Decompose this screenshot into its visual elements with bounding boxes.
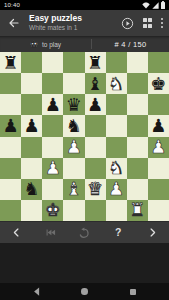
- app-screen: 10:40 Easy puzzles White mates in 1: [0, 0, 169, 300]
- square-e7[interactable]: ♝: [85, 73, 106, 94]
- square-d4[interactable]: ♟: [63, 137, 84, 158]
- nav-recents-square-icon: [130, 289, 136, 295]
- clock-text: 10:40: [4, 2, 20, 8]
- overflow-menu-icon: [161, 18, 163, 27]
- square-d8[interactable]: [63, 52, 84, 73]
- square-b7[interactable]: [21, 73, 42, 94]
- page-title: Easy puzzles: [29, 14, 121, 24]
- square-h8[interactable]: [148, 52, 169, 73]
- square-d1[interactable]: [63, 200, 84, 221]
- square-b6[interactable]: [21, 94, 42, 115]
- square-f3[interactable]: ♞: [106, 158, 127, 179]
- square-c1[interactable]: ♚: [42, 200, 63, 221]
- ad-placeholder: [0, 243, 169, 283]
- square-d6[interactable]: ♛: [63, 94, 84, 115]
- square-f4[interactable]: [106, 137, 127, 158]
- square-f5[interactable]: [106, 115, 127, 136]
- question-mark-icon: ?: [115, 227, 121, 238]
- first-move-button[interactable]: [34, 222, 68, 243]
- square-d5[interactable]: ♞: [63, 115, 84, 136]
- app-bar: Easy puzzles White mates in 1: [0, 10, 169, 36]
- white-pawn: ♟: [108, 180, 124, 198]
- square-g1[interactable]: ♜: [127, 200, 148, 221]
- hint-button[interactable]: ?: [101, 222, 135, 243]
- black-pawn: ♟: [150, 116, 166, 134]
- next-puzzle-button[interactable]: [135, 222, 169, 243]
- black-rook: ♜: [2, 53, 18, 71]
- square-e5[interactable]: [85, 115, 106, 136]
- black-pawn: ♟: [87, 95, 103, 113]
- white-queen: ♛: [87, 180, 103, 198]
- puzzle-grid-button[interactable]: [143, 18, 153, 28]
- square-f7[interactable]: ♞: [106, 73, 127, 94]
- black-pawn: ♟: [24, 116, 40, 134]
- square-g5[interactable]: [127, 115, 148, 136]
- white-bishop: ♝: [66, 180, 82, 198]
- square-h1[interactable]: [148, 200, 169, 221]
- square-b8[interactable]: [21, 52, 42, 73]
- wifi-icon: [142, 2, 150, 9]
- chevron-left-icon: [11, 226, 22, 239]
- square-c3[interactable]: ♟: [42, 158, 63, 179]
- arrow-left-icon: [8, 17, 20, 29]
- square-f1[interactable]: [106, 200, 127, 221]
- white-king-icon: ♚: [30, 40, 38, 49]
- black-rook: ♜: [87, 53, 103, 71]
- square-g3[interactable]: [127, 158, 148, 179]
- square-a8[interactable]: ♜: [0, 52, 21, 73]
- square-h4[interactable]: ♟: [148, 137, 169, 158]
- square-e2[interactable]: ♛: [85, 179, 106, 200]
- square-c6[interactable]: ♟: [42, 94, 63, 115]
- android-back-button[interactable]: [30, 286, 42, 298]
- square-f2[interactable]: ♟: [106, 179, 127, 200]
- status-bar: 10:40: [0, 0, 169, 10]
- white-knight: ♞: [108, 159, 124, 177]
- nav-back-triangle-icon: [33, 287, 40, 296]
- square-a5[interactable]: ♟: [0, 115, 21, 136]
- square-a2[interactable]: [0, 179, 21, 200]
- square-a7[interactable]: [0, 73, 21, 94]
- square-d7[interactable]: [63, 73, 84, 94]
- square-h2[interactable]: [148, 179, 169, 200]
- android-recents-button[interactable]: [127, 286, 139, 298]
- square-a4[interactable]: [0, 137, 21, 158]
- back-button[interactable]: [6, 15, 22, 31]
- battery-icon: [161, 1, 165, 9]
- square-e1[interactable]: [85, 200, 106, 221]
- grid-icon: [143, 18, 153, 28]
- android-home-button[interactable]: [79, 286, 91, 298]
- white-knight: ♞: [108, 74, 124, 92]
- square-f6[interactable]: [106, 94, 127, 115]
- black-king: ♚: [150, 74, 166, 92]
- play-puzzle-button[interactable]: [121, 17, 134, 30]
- square-e4[interactable]: [85, 137, 106, 158]
- square-h7[interactable]: ♚: [148, 73, 169, 94]
- square-c7[interactable]: [42, 73, 63, 94]
- white-pawn: ♟: [45, 159, 61, 177]
- square-g7[interactable]: [127, 73, 148, 94]
- white-king: ♚: [45, 201, 61, 219]
- cell-signal-icon: [152, 2, 159, 9]
- square-b2[interactable]: ♞: [21, 179, 42, 200]
- square-g2[interactable]: [127, 179, 148, 200]
- puzzle-progress-counter: # 4 / 150: [92, 36, 169, 52]
- black-bishop: ♝: [87, 74, 103, 92]
- square-c4[interactable]: [42, 137, 63, 158]
- square-e3[interactable]: [85, 158, 106, 179]
- undo-icon: [78, 227, 90, 239]
- android-nav-bar: [0, 283, 169, 300]
- square-a6[interactable]: [0, 94, 21, 115]
- skip-back-icon: [44, 227, 57, 238]
- square-h5[interactable]: ♟: [148, 115, 169, 136]
- square-b4[interactable]: [21, 137, 42, 158]
- to-play-label: to play: [42, 41, 61, 48]
- play-circle-icon: [121, 17, 134, 30]
- overflow-menu-button[interactable]: [161, 18, 163, 27]
- puzzle-info-bar: ♚ to play # 4 / 150: [0, 36, 169, 52]
- square-b1[interactable]: [21, 200, 42, 221]
- square-e6[interactable]: ♟: [85, 94, 106, 115]
- chevron-right-icon: [147, 226, 158, 239]
- square-a3[interactable]: [0, 158, 21, 179]
- square-c8[interactable]: [42, 52, 63, 73]
- square-b5[interactable]: ♟: [21, 115, 42, 136]
- previous-puzzle-button[interactable]: [0, 222, 34, 243]
- square-g8[interactable]: [127, 52, 148, 73]
- undo-move-button[interactable]: [68, 222, 102, 243]
- square-c5[interactable]: [42, 115, 63, 136]
- turn-indicator: ♚ to play: [0, 36, 91, 52]
- chess-board: ♜♜♝♞♚♟♛♟♟♟♞♟♟♟♟♞♞♝♛♟♚♜: [0, 52, 169, 221]
- square-b3[interactable]: [21, 158, 42, 179]
- black-knight: ♞: [66, 116, 82, 134]
- black-queen: ♛: [66, 95, 82, 113]
- white-rook: ♜: [129, 201, 145, 219]
- page-subtitle: White mates in 1: [29, 24, 121, 31]
- square-c2[interactable]: [42, 179, 63, 200]
- nav-home-circle-icon: [81, 288, 88, 295]
- square-a1[interactable]: [0, 200, 21, 221]
- black-pawn: ♟: [45, 95, 61, 113]
- square-h3[interactable]: [148, 158, 169, 179]
- square-d2[interactable]: ♝: [63, 179, 84, 200]
- black-pawn: ♟: [2, 116, 18, 134]
- move-toolbar: ?: [0, 221, 169, 243]
- square-h6[interactable]: [148, 94, 169, 115]
- black-knight: ♞: [24, 180, 40, 198]
- square-f8[interactable]: [106, 52, 127, 73]
- square-g4[interactable]: [127, 137, 148, 158]
- square-d3[interactable]: [63, 158, 84, 179]
- square-e8[interactable]: ♜: [85, 52, 106, 73]
- white-pawn: ♟: [150, 138, 166, 156]
- square-g6[interactable]: [127, 94, 148, 115]
- white-pawn: ♟: [66, 138, 82, 156]
